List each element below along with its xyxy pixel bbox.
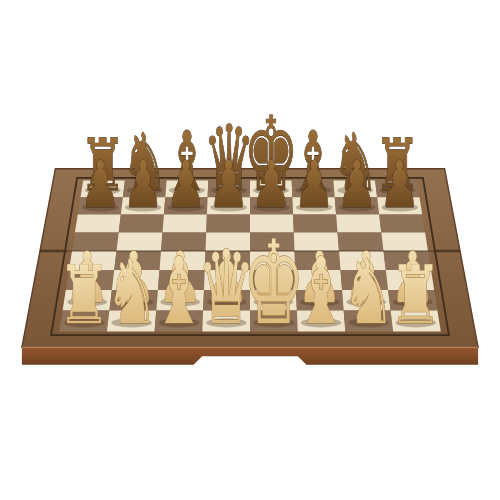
piece-light-knight-g1: ♞	[342, 240, 395, 344]
piece-dark-pawn-e7: ♟	[251, 148, 292, 223]
piece-light-rook-h1: ♜	[389, 248, 442, 342]
chess-set-photo: ♜♞♝♛♚♝♞♜♟♟♟♟♟♟♟♟♟♟♟♟♟♟♟♟♜♞♝♛♚♝♞♜	[0, 0, 500, 500]
chess-board: ♜♞♝♛♚♝♞♜♟♟♟♟♟♟♟♟♟♟♟♟♟♟♟♟♜♞♝♛♚♝♞♜	[0, 0, 500, 500]
piece-light-rook-a1: ♜	[58, 248, 111, 342]
piece-dark-pawn-d7: ♟	[208, 148, 249, 223]
piece-dark-pawn-c7: ♟	[165, 148, 206, 223]
piece-dark-pawn-g7: ♟	[336, 148, 377, 223]
piece-dark-pawn-b7: ♟	[122, 148, 163, 223]
piece-dark-pawn-a7: ♟	[80, 148, 121, 223]
piece-dark-pawn-h7: ♟	[379, 148, 420, 223]
piece-dark-pawn-f7: ♟	[294, 148, 335, 223]
piece-light-knight-b1: ♞	[105, 240, 158, 344]
piece-light-bishop-f1: ♝	[294, 237, 347, 344]
